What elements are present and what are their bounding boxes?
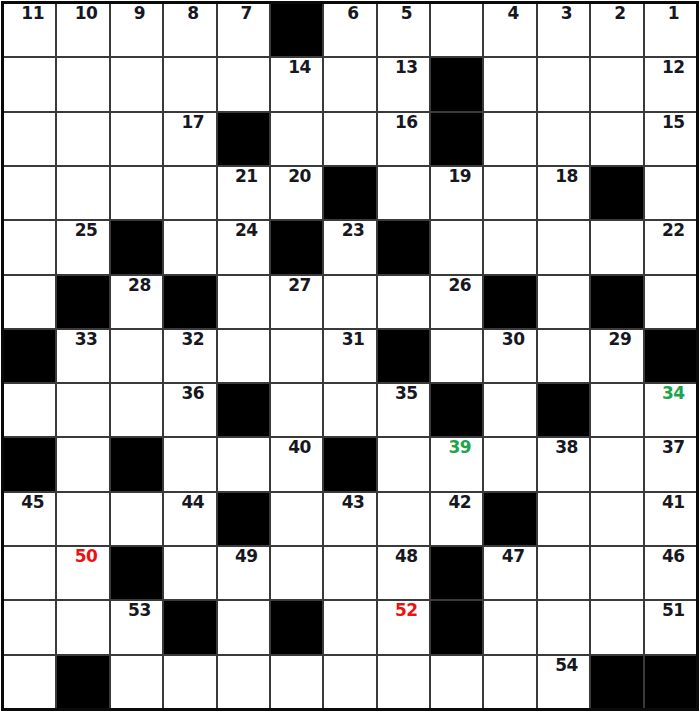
clue-number: 10 <box>75 5 98 23</box>
white-cell[interactable] <box>324 384 375 436</box>
white-cell[interactable]: 22 <box>645 221 696 273</box>
white-cell[interactable] <box>591 493 642 545</box>
clue-number: 18 <box>555 168 578 186</box>
white-cell[interactable]: 24 <box>218 221 269 273</box>
white-cell[interactable] <box>538 58 589 110</box>
white-cell[interactable]: 13 <box>378 58 429 110</box>
block-cell <box>591 656 642 708</box>
block-cell <box>591 276 642 328</box>
clue-number: 1 <box>668 5 679 23</box>
clue-number: 34 <box>662 385 685 403</box>
clue-number: 25 <box>75 222 98 240</box>
white-cell[interactable]: 35 <box>378 384 429 436</box>
block-cell <box>431 601 482 653</box>
white-cell[interactable]: 54 <box>538 656 589 708</box>
white-cell[interactable] <box>111 656 162 708</box>
white-cell[interactable] <box>4 58 55 110</box>
white-cell[interactable]: 27 <box>271 276 322 328</box>
white-cell[interactable]: 1 <box>645 4 696 56</box>
white-cell[interactable] <box>271 547 322 599</box>
white-cell[interactable] <box>538 276 589 328</box>
clue-number: 6 <box>347 5 358 23</box>
white-cell[interactable] <box>538 547 589 599</box>
white-cell[interactable]: 16 <box>378 113 429 165</box>
white-cell[interactable] <box>324 656 375 708</box>
white-cell[interactable] <box>645 276 696 328</box>
block-cell <box>431 58 482 110</box>
white-cell[interactable] <box>324 601 375 653</box>
clue-number: 48 <box>395 548 418 566</box>
clue-number: 30 <box>502 331 525 349</box>
clue-number: 49 <box>235 548 258 566</box>
white-cell[interactable] <box>4 113 55 165</box>
white-cell[interactable]: 46 <box>645 547 696 599</box>
white-cell[interactable] <box>57 58 108 110</box>
white-cell[interactable]: 6 <box>324 4 375 56</box>
white-cell[interactable] <box>591 384 642 436</box>
clue-number: 37 <box>662 439 685 457</box>
white-cell[interactable]: 42 <box>431 493 482 545</box>
clue-number: 14 <box>288 59 311 77</box>
white-cell[interactable] <box>218 330 269 382</box>
white-cell[interactable] <box>4 384 55 436</box>
white-cell[interactable]: 37 <box>645 438 696 490</box>
clue-number: 52 <box>395 602 418 620</box>
white-cell[interactable]: 36 <box>164 384 215 436</box>
block-cell <box>218 493 269 545</box>
clue-number: 15 <box>662 114 685 132</box>
block-cell <box>218 113 269 165</box>
block-cell <box>271 601 322 653</box>
block-cell <box>645 330 696 382</box>
block-cell <box>164 601 215 653</box>
white-cell[interactable] <box>4 547 55 599</box>
white-cell[interactable] <box>57 601 108 653</box>
clue-number: 29 <box>609 331 632 349</box>
clue-number: 9 <box>134 5 145 23</box>
white-cell[interactable]: 49 <box>218 547 269 599</box>
white-cell[interactable]: 9 <box>111 4 162 56</box>
block-cell <box>378 330 429 382</box>
block-cell <box>4 330 55 382</box>
white-cell[interactable] <box>484 113 535 165</box>
white-cell[interactable]: 8 <box>164 4 215 56</box>
white-cell[interactable]: 47 <box>484 547 535 599</box>
white-cell[interactable] <box>484 438 535 490</box>
clue-number: 22 <box>662 222 685 240</box>
block-cell <box>271 4 322 56</box>
clue-number: 17 <box>182 114 205 132</box>
block-cell <box>57 276 108 328</box>
white-cell[interactable] <box>164 438 215 490</box>
clue-number: 3 <box>561 5 572 23</box>
white-cell[interactable] <box>57 384 108 436</box>
white-cell[interactable] <box>57 438 108 490</box>
white-cell[interactable]: 39 <box>431 438 482 490</box>
white-cell[interactable]: 21 <box>218 167 269 219</box>
clue-number: 43 <box>342 494 365 512</box>
white-cell[interactable]: 50 <box>57 547 108 599</box>
white-cell[interactable] <box>538 113 589 165</box>
clue-number: 32 <box>182 331 205 349</box>
white-cell[interactable]: 40 <box>271 438 322 490</box>
block-cell <box>111 221 162 273</box>
clue-number: 5 <box>401 5 412 23</box>
clue-number: 51 <box>662 602 685 620</box>
clue-number: 46 <box>662 548 685 566</box>
white-cell[interactable] <box>484 601 535 653</box>
white-cell[interactable] <box>538 221 589 273</box>
white-cell[interactable] <box>271 113 322 165</box>
clue-number: 4 <box>507 5 518 23</box>
white-cell[interactable] <box>431 330 482 382</box>
white-cell[interactable] <box>111 384 162 436</box>
block-cell <box>645 656 696 708</box>
clue-number: 12 <box>662 59 685 77</box>
white-cell[interactable] <box>378 493 429 545</box>
white-cell[interactable] <box>111 58 162 110</box>
white-cell[interactable] <box>538 601 589 653</box>
white-cell[interactable] <box>591 58 642 110</box>
white-cell[interactable] <box>378 656 429 708</box>
white-cell[interactable]: 28 <box>111 276 162 328</box>
white-cell[interactable] <box>484 58 535 110</box>
clue-number: 27 <box>288 277 311 295</box>
white-cell[interactable] <box>484 221 535 273</box>
white-cell[interactable] <box>324 547 375 599</box>
white-cell[interactable] <box>164 656 215 708</box>
clue-number: 26 <box>448 277 471 295</box>
white-cell[interactable]: 5 <box>378 4 429 56</box>
white-cell[interactable] <box>431 221 482 273</box>
white-cell[interactable]: 25 <box>57 221 108 273</box>
clue-number: 42 <box>448 494 471 512</box>
white-cell[interactable] <box>378 438 429 490</box>
white-cell[interactable]: 44 <box>164 493 215 545</box>
block-cell <box>484 493 535 545</box>
block-cell <box>431 113 482 165</box>
block-cell <box>4 438 55 490</box>
white-cell[interactable] <box>271 330 322 382</box>
white-cell[interactable] <box>4 221 55 273</box>
clue-number: 20 <box>288 168 311 186</box>
clue-number: 45 <box>21 494 44 512</box>
block-cell <box>591 167 642 219</box>
white-cell[interactable] <box>591 113 642 165</box>
white-cell[interactable] <box>111 330 162 382</box>
block-cell <box>111 547 162 599</box>
clue-number: 41 <box>662 494 685 512</box>
white-cell[interactable] <box>431 4 482 56</box>
white-cell[interactable] <box>378 276 429 328</box>
white-cell[interactable]: 19 <box>431 167 482 219</box>
block-cell <box>164 276 215 328</box>
white-cell[interactable] <box>271 656 322 708</box>
clue-number: 36 <box>182 385 205 403</box>
white-cell[interactable]: 53 <box>111 601 162 653</box>
white-cell[interactable] <box>591 547 642 599</box>
clue-number: 50 <box>75 548 98 566</box>
white-cell[interactable]: 33 <box>57 330 108 382</box>
block-cell <box>57 656 108 708</box>
white-cell[interactable] <box>271 493 322 545</box>
white-cell[interactable] <box>57 167 108 219</box>
clue-number: 24 <box>235 222 258 240</box>
white-cell[interactable]: 51 <box>645 601 696 653</box>
white-cell[interactable] <box>218 58 269 110</box>
white-cell[interactable] <box>164 58 215 110</box>
block-cell <box>324 438 375 490</box>
block-cell <box>271 221 322 273</box>
white-cell[interactable]: 48 <box>378 547 429 599</box>
clue-number: 28 <box>128 277 151 295</box>
clue-number: 53 <box>128 602 151 620</box>
white-cell[interactable]: 31 <box>324 330 375 382</box>
white-cell[interactable] <box>218 276 269 328</box>
white-cell[interactable] <box>591 601 642 653</box>
clue-number: 31 <box>342 331 365 349</box>
block-cell <box>484 276 535 328</box>
white-cell[interactable]: 18 <box>538 167 589 219</box>
white-cell[interactable] <box>111 493 162 545</box>
white-cell[interactable] <box>484 384 535 436</box>
white-cell[interactable] <box>271 384 322 436</box>
white-cell[interactable] <box>538 493 589 545</box>
white-cell[interactable]: 11 <box>4 4 55 56</box>
crossword-page: 1110987654321141312171615212019182524232… <box>0 0 700 712</box>
clue-number: 33 <box>75 331 98 349</box>
white-cell[interactable]: 43 <box>324 493 375 545</box>
white-cell[interactable]: 45 <box>4 493 55 545</box>
white-cell[interactable] <box>218 656 269 708</box>
white-cell[interactable]: 30 <box>484 330 535 382</box>
white-cell[interactable] <box>111 167 162 219</box>
white-cell[interactable] <box>57 493 108 545</box>
clue-number: 39 <box>448 439 471 457</box>
block-cell <box>538 384 589 436</box>
white-cell[interactable] <box>4 601 55 653</box>
white-cell[interactable] <box>484 656 535 708</box>
white-cell[interactable] <box>164 221 215 273</box>
white-cell[interactable] <box>324 113 375 165</box>
white-cell[interactable]: 52 <box>378 601 429 653</box>
clue-number: 23 <box>342 222 365 240</box>
white-cell[interactable]: 17 <box>164 113 215 165</box>
white-cell[interactable]: 12 <box>645 58 696 110</box>
white-cell[interactable]: 4 <box>484 4 535 56</box>
white-cell[interactable]: 20 <box>271 167 322 219</box>
white-cell[interactable] <box>164 167 215 219</box>
block-cell <box>431 384 482 436</box>
block-cell <box>378 221 429 273</box>
white-cell[interactable] <box>538 330 589 382</box>
block-cell <box>431 547 482 599</box>
clue-number: 54 <box>555 657 578 675</box>
clue-number: 38 <box>555 439 578 457</box>
white-cell[interactable] <box>57 113 108 165</box>
clue-number: 44 <box>182 494 205 512</box>
white-cell[interactable]: 10 <box>57 4 108 56</box>
clue-number: 40 <box>288 439 311 457</box>
white-cell[interactable] <box>218 601 269 653</box>
white-cell[interactable]: 3 <box>538 4 589 56</box>
white-cell[interactable] <box>218 438 269 490</box>
white-cell[interactable] <box>484 167 535 219</box>
crossword-board: 1110987654321141312171615212019182524232… <box>1 1 699 711</box>
clue-number: 8 <box>187 5 198 23</box>
white-cell[interactable] <box>431 656 482 708</box>
clue-number: 47 <box>502 548 525 566</box>
block-cell <box>111 438 162 490</box>
white-cell[interactable]: 2 <box>591 4 642 56</box>
white-cell[interactable]: 34 <box>645 384 696 436</box>
white-cell[interactable] <box>378 167 429 219</box>
white-cell[interactable]: 7 <box>218 4 269 56</box>
clue-number: 2 <box>614 5 625 23</box>
clue-number: 35 <box>395 385 418 403</box>
clue-number: 21 <box>235 168 258 186</box>
clue-number: 16 <box>395 114 418 132</box>
white-cell[interactable] <box>111 113 162 165</box>
white-cell[interactable] <box>645 167 696 219</box>
block-cell <box>324 167 375 219</box>
clue-number: 19 <box>448 168 471 186</box>
white-cell[interactable]: 38 <box>538 438 589 490</box>
white-cell[interactable] <box>324 276 375 328</box>
white-cell[interactable] <box>591 221 642 273</box>
white-cell[interactable] <box>4 276 55 328</box>
white-cell[interactable] <box>4 656 55 708</box>
white-cell[interactable]: 29 <box>591 330 642 382</box>
white-cell[interactable] <box>591 438 642 490</box>
white-cell[interactable]: 26 <box>431 276 482 328</box>
clue-number: 11 <box>21 5 44 23</box>
white-cell[interactable]: 14 <box>271 58 322 110</box>
block-cell <box>218 384 269 436</box>
clue-number: 7 <box>241 5 252 23</box>
white-cell[interactable] <box>324 58 375 110</box>
white-cell[interactable]: 15 <box>645 113 696 165</box>
white-cell[interactable]: 32 <box>164 330 215 382</box>
white-cell[interactable]: 23 <box>324 221 375 273</box>
clue-number: 13 <box>395 59 418 77</box>
white-cell[interactable] <box>164 547 215 599</box>
white-cell[interactable]: 41 <box>645 493 696 545</box>
white-cell[interactable] <box>4 167 55 219</box>
